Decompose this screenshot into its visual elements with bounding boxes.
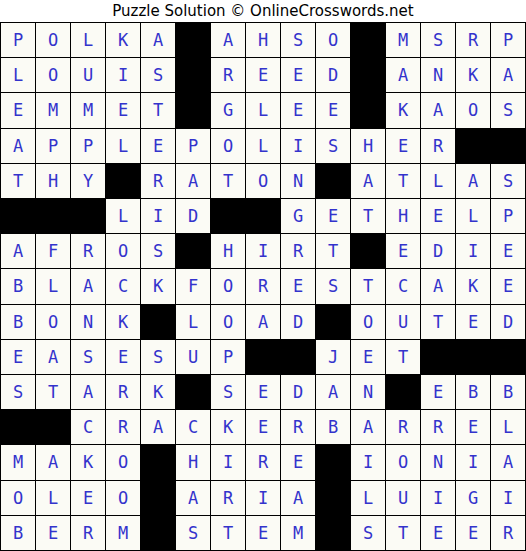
cell-r15-c6: S — [176, 516, 210, 550]
black-cell-r7-c11 — [351, 234, 385, 268]
cell-r10-c2: A — [36, 340, 70, 374]
cell-r11-c13: E — [421, 375, 455, 409]
cell-r5-c2: H — [36, 164, 70, 198]
black-cell-r12-c2 — [36, 410, 70, 444]
cell-r6-c14: L — [456, 199, 490, 233]
cell-r8-c1: B — [1, 269, 35, 303]
black-cell-r12-c1 — [1, 410, 35, 444]
cell-r10-c3: S — [71, 340, 105, 374]
cell-r3-c1: E — [1, 93, 35, 127]
cell-r9-c15: D — [491, 305, 525, 339]
cell-r2-c3: U — [71, 58, 105, 92]
cell-r3-c5: T — [141, 93, 175, 127]
cell-r12-c9: R — [281, 410, 315, 444]
cell-r13-c11: I — [351, 445, 385, 479]
cell-r5-c12: T — [386, 164, 420, 198]
cell-r12-c14: E — [456, 410, 490, 444]
cell-r3-c3: M — [71, 93, 105, 127]
cell-r8-c10: S — [316, 269, 350, 303]
cell-r15-c8: E — [246, 516, 280, 550]
cell-r12-c5: A — [141, 410, 175, 444]
cell-r1-c1: P — [1, 23, 35, 57]
black-cell-r9-c10 — [316, 305, 350, 339]
cell-r9-c1: B — [1, 305, 35, 339]
cell-r10-c4: E — [106, 340, 140, 374]
cell-r4-c11: H — [351, 129, 385, 163]
cell-r1-c8: H — [246, 23, 280, 57]
cell-r7-c5: S — [141, 234, 175, 268]
cell-r13-c4: O — [106, 445, 140, 479]
cell-r7-c3: R — [71, 234, 105, 268]
cell-r14-c1: O — [1, 481, 35, 515]
cell-r4-c13: R — [421, 129, 455, 163]
cell-r15-c3: R — [71, 516, 105, 550]
puzzle-solution-page: Puzzle Solution © OnlineCrosswords.net P… — [0, 0, 526, 551]
black-cell-r9-c5 — [141, 305, 175, 339]
cell-r5-c6: A — [176, 164, 210, 198]
cell-r15-c2: E — [36, 516, 70, 550]
cell-r12-c8: E — [246, 410, 280, 444]
cell-r10-c1: E — [1, 340, 35, 374]
page-title: Puzzle Solution © OnlineCrosswords.net — [0, 0, 526, 22]
cell-r13-c2: A — [36, 445, 70, 479]
cell-r5-c14: A — [456, 164, 490, 198]
black-cell-r15-c10 — [316, 516, 350, 550]
crossword-grid: POLKAAHSOMSRPLOUISREEDANKAEMMETGLEEKAOSA… — [0, 22, 526, 551]
cell-r3-c7: G — [211, 93, 245, 127]
cell-r11-c1: S — [1, 375, 35, 409]
black-cell-r14-c5 — [141, 481, 175, 515]
cell-r2-c9: E — [281, 58, 315, 92]
cell-r13-c12: O — [386, 445, 420, 479]
cell-r9-c3: N — [71, 305, 105, 339]
cell-r13-c13: N — [421, 445, 455, 479]
cell-r2-c2: O — [36, 58, 70, 92]
cell-r6-c4: L — [106, 199, 140, 233]
cell-r1-c5: A — [141, 23, 175, 57]
cell-r8-c3: A — [71, 269, 105, 303]
cell-r7-c13: D — [421, 234, 455, 268]
black-cell-r5-c10 — [316, 164, 350, 198]
black-cell-r7-c6 — [176, 234, 210, 268]
cell-r14-c3: E — [71, 481, 105, 515]
cell-r6-c10: E — [316, 199, 350, 233]
cell-r3-c9: E — [281, 93, 315, 127]
cell-r13-c9: E — [281, 445, 315, 479]
cell-r14-c14: G — [456, 481, 490, 515]
cell-r1-c2: O — [36, 23, 70, 57]
cell-r4-c8: L — [246, 129, 280, 163]
cell-r4-c3: P — [71, 129, 105, 163]
cell-r5-c8: O — [246, 164, 280, 198]
cell-r12-c11: A — [351, 410, 385, 444]
cell-r10-c10: J — [316, 340, 350, 374]
cell-r4-c4: L — [106, 129, 140, 163]
black-cell-r10-c13 — [421, 340, 455, 374]
cell-r7-c2: F — [36, 234, 70, 268]
cell-r5-c7: T — [211, 164, 245, 198]
cell-r11-c9: D — [281, 375, 315, 409]
cell-r15-c9: M — [281, 516, 315, 550]
cell-r8-c12: C — [386, 269, 420, 303]
cell-r6-c15: P — [491, 199, 525, 233]
cell-r15-c14: E — [456, 516, 490, 550]
cell-r14-c13: I — [421, 481, 455, 515]
cell-r8-c9: E — [281, 269, 315, 303]
cell-r8-c13: A — [421, 269, 455, 303]
cell-r5-c1: T — [1, 164, 35, 198]
cell-r1-c12: M — [386, 23, 420, 57]
cell-r1-c14: R — [456, 23, 490, 57]
black-cell-r13-c10 — [316, 445, 350, 479]
cell-r9-c9: D — [281, 305, 315, 339]
cell-r13-c1: M — [1, 445, 35, 479]
cell-r8-c15: E — [491, 269, 525, 303]
black-cell-r1-c11 — [351, 23, 385, 57]
cell-r8-c5: K — [141, 269, 175, 303]
cell-r4-c6: P — [176, 129, 210, 163]
cell-r8-c7: O — [211, 269, 245, 303]
black-cell-r6-c7 — [211, 199, 245, 233]
cell-r11-c3: A — [71, 375, 105, 409]
cell-r2-c12: A — [386, 58, 420, 92]
cell-r2-c10: D — [316, 58, 350, 92]
cell-r5-c9: N — [281, 164, 315, 198]
black-cell-r10-c8 — [246, 340, 280, 374]
cell-r9-c4: K — [106, 305, 140, 339]
cell-r11-c14: B — [456, 375, 490, 409]
black-cell-r13-c5 — [141, 445, 175, 479]
black-cell-r6-c8 — [246, 199, 280, 233]
black-cell-r11-c12 — [386, 375, 420, 409]
cell-r1-c15: P — [491, 23, 525, 57]
cell-r14-c6: A — [176, 481, 210, 515]
cell-r6-c5: I — [141, 199, 175, 233]
cell-r7-c1: A — [1, 234, 35, 268]
cell-r1-c7: A — [211, 23, 245, 57]
cell-r15-c12: T — [386, 516, 420, 550]
cell-r7-c7: H — [211, 234, 245, 268]
cell-r13-c14: I — [456, 445, 490, 479]
black-cell-r4-c15 — [491, 129, 525, 163]
cell-r4-c10: S — [316, 129, 350, 163]
cell-r2-c8: E — [246, 58, 280, 92]
cell-r14-c4: O — [106, 481, 140, 515]
black-cell-r15-c5 — [141, 516, 175, 550]
cell-r12-c13: R — [421, 410, 455, 444]
cell-r6-c9: G — [281, 199, 315, 233]
cell-r9-c6: L — [176, 305, 210, 339]
cell-r13-c15: A — [491, 445, 525, 479]
black-cell-r10-c9 — [281, 340, 315, 374]
cell-r12-c12: R — [386, 410, 420, 444]
cell-r10-c6: U — [176, 340, 210, 374]
cell-r9-c14: E — [456, 305, 490, 339]
cell-r2-c15: A — [491, 58, 525, 92]
black-cell-r3-c6 — [176, 93, 210, 127]
cell-r6-c6: D — [176, 199, 210, 233]
black-cell-r3-c11 — [351, 93, 385, 127]
cell-r7-c14: I — [456, 234, 490, 268]
cell-r7-c8: I — [246, 234, 280, 268]
cell-r6-c12: H — [386, 199, 420, 233]
cell-r11-c15: B — [491, 375, 525, 409]
cell-r8-c4: C — [106, 269, 140, 303]
cell-r14-c15: I — [491, 481, 525, 515]
cell-r9-c8: A — [246, 305, 280, 339]
cell-r3-c15: S — [491, 93, 525, 127]
cell-r10-c7: P — [211, 340, 245, 374]
cell-r4-c12: E — [386, 129, 420, 163]
cell-r15-c7: T — [211, 516, 245, 550]
cell-r10-c5: S — [141, 340, 175, 374]
cell-r10-c11: E — [351, 340, 385, 374]
cell-r10-c12: T — [386, 340, 420, 374]
cell-r7-c12: E — [386, 234, 420, 268]
black-cell-r6-c2 — [36, 199, 70, 233]
cell-r5-c11: A — [351, 164, 385, 198]
cell-r2-c7: R — [211, 58, 245, 92]
cell-r13-c3: K — [71, 445, 105, 479]
cell-r9-c13: T — [421, 305, 455, 339]
cell-r13-c8: R — [246, 445, 280, 479]
cell-r6-c11: T — [351, 199, 385, 233]
cell-r12-c15: L — [491, 410, 525, 444]
cell-r1-c3: L — [71, 23, 105, 57]
black-cell-r11-c6 — [176, 375, 210, 409]
cell-r15-c15: R — [491, 516, 525, 550]
cell-r7-c9: R — [281, 234, 315, 268]
cell-r14-c2: L — [36, 481, 70, 515]
black-cell-r2-c6 — [176, 58, 210, 92]
cell-r1-c9: S — [281, 23, 315, 57]
black-cell-r10-c14 — [456, 340, 490, 374]
cell-r2-c13: N — [421, 58, 455, 92]
cell-r3-c8: L — [246, 93, 280, 127]
cell-r8-c14: K — [456, 269, 490, 303]
cell-r1-c10: O — [316, 23, 350, 57]
cell-r8-c6: F — [176, 269, 210, 303]
cell-r14-c12: U — [386, 481, 420, 515]
cell-r5-c15: S — [491, 164, 525, 198]
cell-r11-c2: T — [36, 375, 70, 409]
cell-r7-c10: T — [316, 234, 350, 268]
cell-r3-c10: E — [316, 93, 350, 127]
cell-r14-c9: A — [281, 481, 315, 515]
black-cell-r14-c10 — [316, 481, 350, 515]
cell-r14-c11: L — [351, 481, 385, 515]
cell-r11-c5: K — [141, 375, 175, 409]
cell-r9-c12: U — [386, 305, 420, 339]
black-cell-r6-c1 — [1, 199, 35, 233]
cell-r3-c4: E — [106, 93, 140, 127]
cell-r7-c15: E — [491, 234, 525, 268]
cell-r13-c6: H — [176, 445, 210, 479]
cell-r2-c4: I — [106, 58, 140, 92]
cell-r1-c4: K — [106, 23, 140, 57]
cell-r11-c4: R — [106, 375, 140, 409]
cell-r12-c10: B — [316, 410, 350, 444]
cell-r12-c3: C — [71, 410, 105, 444]
cell-r3-c13: A — [421, 93, 455, 127]
cell-r11-c10: A — [316, 375, 350, 409]
black-cell-r5-c4 — [106, 164, 140, 198]
cell-r4-c1: A — [1, 129, 35, 163]
cell-r12-c6: C — [176, 410, 210, 444]
cell-r5-c5: R — [141, 164, 175, 198]
cell-r14-c8: I — [246, 481, 280, 515]
cell-r4-c2: P — [36, 129, 70, 163]
cell-r8-c8: R — [246, 269, 280, 303]
cell-r12-c7: K — [211, 410, 245, 444]
cell-r4-c9: I — [281, 129, 315, 163]
cell-r15-c4: M — [106, 516, 140, 550]
cell-r11-c11: N — [351, 375, 385, 409]
cell-r8-c11: T — [351, 269, 385, 303]
cell-r8-c2: L — [36, 269, 70, 303]
cell-r9-c7: O — [211, 305, 245, 339]
cell-r3-c14: O — [456, 93, 490, 127]
cell-r9-c2: O — [36, 305, 70, 339]
cell-r6-c13: E — [421, 199, 455, 233]
cell-r15-c13: E — [421, 516, 455, 550]
cell-r5-c13: L — [421, 164, 455, 198]
cell-r7-c4: O — [106, 234, 140, 268]
cell-r9-c11: O — [351, 305, 385, 339]
cell-r11-c7: S — [211, 375, 245, 409]
cell-r15-c1: B — [1, 516, 35, 550]
cell-r4-c7: O — [211, 129, 245, 163]
cell-r4-c5: E — [141, 129, 175, 163]
black-cell-r4-c14 — [456, 129, 490, 163]
black-cell-r1-c6 — [176, 23, 210, 57]
black-cell-r2-c11 — [351, 58, 385, 92]
black-cell-r6-c3 — [71, 199, 105, 233]
cell-r11-c8: E — [246, 375, 280, 409]
black-cell-r10-c15 — [491, 340, 525, 374]
cell-r12-c4: R — [106, 410, 140, 444]
cell-r2-c14: K — [456, 58, 490, 92]
cell-r2-c1: L — [1, 58, 35, 92]
cell-r13-c7: I — [211, 445, 245, 479]
cell-r2-c5: S — [141, 58, 175, 92]
cell-r15-c11: S — [351, 516, 385, 550]
cell-r5-c3: Y — [71, 164, 105, 198]
cell-r14-c7: R — [211, 481, 245, 515]
cell-r3-c2: M — [36, 93, 70, 127]
cell-r3-c12: K — [386, 93, 420, 127]
cell-r1-c13: S — [421, 23, 455, 57]
